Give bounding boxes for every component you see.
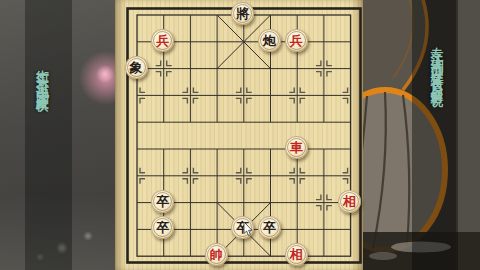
piece-label: 相 (343, 195, 356, 208)
piece-black-elephant-a3[interactable]: 象 (125, 56, 148, 79)
piece-red-soldier-b2[interactable]: 兵 (151, 29, 174, 52)
piece-label: 炮 (263, 34, 276, 47)
piece-black-soldier-b8[interactable]: 卒 (151, 190, 174, 213)
piece-label: 卒 (263, 221, 276, 234)
xiangqi-board: 將兵炮兵象車卒相卒卒卒帥相 (115, 0, 363, 270)
cursor-pointer (243, 222, 255, 237)
piece-label: 帥 (210, 248, 223, 261)
piece-black-cannon-f2[interactable]: 炮 (258, 29, 281, 52)
piece-red-chariot-g6[interactable]: 車 (285, 136, 308, 159)
piece-label: 車 (290, 141, 303, 154)
piece-label: 卒 (156, 221, 169, 234)
left-caption-stripe (25, 0, 72, 270)
piece-label: 兵 (290, 34, 303, 47)
piece-red-general-d10[interactable]: 帥 (205, 243, 228, 266)
left-caption-text: 街头一哥说中国象棋 (33, 60, 51, 92)
piece-red-elephant-i8[interactable]: 相 (338, 190, 361, 213)
piece-label: 相 (290, 248, 303, 261)
piece-label: 將 (236, 7, 249, 20)
video-frame: 街头一哥说中国象棋 专注于潮汕口音特色原创解说 將兵炮兵象車卒相卒卒卒帥相 (0, 0, 480, 270)
piece-red-soldier-g2[interactable]: 兵 (285, 29, 308, 52)
piece-label: 兵 (156, 34, 169, 47)
piece-label: 卒 (156, 195, 169, 208)
piece-label: 象 (130, 61, 143, 74)
piece-red-elephant-g10[interactable]: 相 (285, 243, 308, 266)
right-caption-text: 专注于潮汕口音特色原创解说 (428, 37, 445, 89)
